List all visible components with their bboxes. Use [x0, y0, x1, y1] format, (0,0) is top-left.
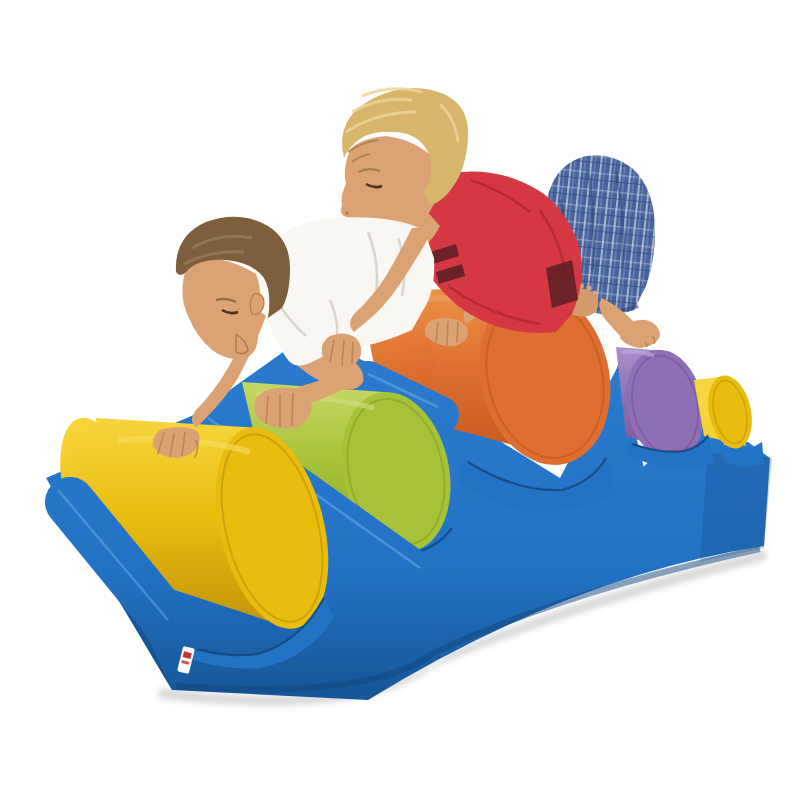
white-boy-ear — [250, 294, 264, 315]
soft-play-scene — [0, 0, 800, 800]
white-boy-face — [182, 258, 260, 359]
red-boy-nostril — [345, 211, 348, 214]
product-photo — [0, 0, 800, 800]
